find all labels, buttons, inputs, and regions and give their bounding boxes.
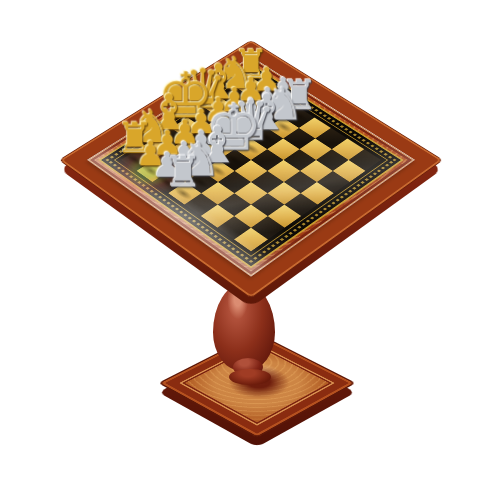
tabletop: ♜♞♝♛♚♝♞♜♟♟♟♟♟♟♟♟♟♟♟♟♟♟♟♟♜♞♝♛♚♝♞♜ [59,40,444,299]
product-photo-miniature-chess-table: ♜♞♝♛♚♝♞♜♟♟♟♟♟♟♟♟♟♟♟♟♟♟♟♟♜♞♝♛♚♝♞♜ [0,0,500,500]
chess-piece-glyph: ♜ [164,151,202,194]
tabletop-group: ♜♞♝♛♚♝♞♜♟♟♟♟♟♟♟♟♟♟♟♟♟♟♟♟♜♞♝♛♚♝♞♜ [0,0,500,500]
